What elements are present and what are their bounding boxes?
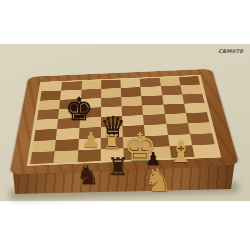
- piece-black-king-b8: ♚: [65, 93, 94, 125]
- piece-black-rook-d4: ♜: [107, 155, 129, 179]
- piece-white-rook-d6: ♜: [103, 132, 122, 153]
- pieces-layer: ♚♛♟♜♚♝♟♜♞♞: [0, 44, 250, 250]
- piece-white-pawn-c6: ♟: [82, 130, 101, 151]
- piece-black-knight-b4: ♞: [76, 162, 99, 188]
- photo-background: CBM078 ♚♛♟♜♚♝♟♜♞♞: [0, 44, 250, 201]
- top-white-band: [0, 0, 250, 44]
- piece-white-knight-f4: ♞: [144, 164, 173, 196]
